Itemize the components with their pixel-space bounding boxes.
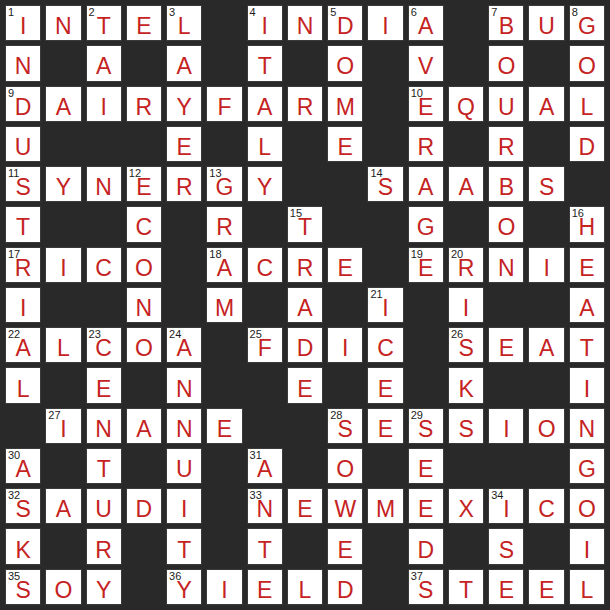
- filled-letter: T: [570, 328, 604, 362]
- letter-cell[interactable]: L: [5, 367, 41, 403]
- letter-cell[interactable]: Y: [247, 166, 283, 202]
- letter-cell[interactable]: E: [166, 126, 202, 162]
- filled-letter: T: [87, 449, 121, 483]
- letter-cell[interactable]: A: [287, 287, 323, 323]
- letter-cell[interactable]: N: [569, 408, 605, 444]
- filled-letter: E: [167, 127, 201, 161]
- letter-cell[interactable]: N: [166, 408, 202, 444]
- filled-letter: D: [6, 87, 40, 121]
- filled-letter: A: [6, 449, 40, 483]
- letter-cell[interactable]: A: [86, 45, 122, 81]
- filled-letter: U: [167, 449, 201, 483]
- letter-cell[interactable]: E: [247, 569, 283, 605]
- letter-cell[interactable]: S: [448, 408, 484, 444]
- letter-cell[interactable]: C: [528, 488, 564, 524]
- letter-cell[interactable]: G: [408, 206, 444, 242]
- filled-letter: U: [489, 87, 523, 121]
- letter-cell[interactable]: D: [287, 327, 323, 363]
- letter-cell[interactable]: 22A: [5, 327, 41, 363]
- letter-cell[interactable]: A: [126, 408, 162, 444]
- letter-cell[interactable]: T: [247, 528, 283, 564]
- filled-letter: S: [6, 489, 40, 523]
- letter-cell[interactable]: U: [488, 86, 524, 122]
- letter-cell[interactable]: O: [488, 206, 524, 242]
- letter-cell[interactable]: C: [126, 206, 162, 242]
- letter-cell[interactable]: 24A: [166, 327, 202, 363]
- filled-letter: O: [328, 449, 362, 483]
- letter-cell[interactable]: R: [408, 126, 444, 162]
- filled-letter: E: [409, 87, 443, 121]
- filled-letter: N: [87, 167, 121, 201]
- letter-cell[interactable]: N: [5, 45, 41, 81]
- letter-cell[interactable]: I: [5, 287, 41, 323]
- black-cell: [367, 528, 403, 564]
- letter-cell[interactable]: T: [448, 569, 484, 605]
- filled-letter: H: [570, 207, 604, 241]
- letter-cell[interactable]: M: [206, 287, 242, 323]
- filled-letter: R: [489, 127, 523, 161]
- letter-cell[interactable]: 3L: [166, 5, 202, 41]
- letter-cell[interactable]: E: [488, 569, 524, 605]
- letter-cell[interactable]: E: [206, 408, 242, 444]
- filled-letter: Q: [449, 87, 483, 121]
- filled-letter: A: [87, 46, 121, 80]
- letter-cell[interactable]: 2T: [86, 5, 122, 41]
- black-cell: [206, 367, 242, 403]
- letter-cell[interactable]: R: [86, 528, 122, 564]
- filled-letter: N: [46, 6, 80, 40]
- filled-letter: F: [248, 328, 282, 362]
- letter-cell[interactable]: R: [488, 126, 524, 162]
- black-cell: [367, 247, 403, 283]
- black-cell: [247, 408, 283, 444]
- filled-letter: Y: [248, 167, 282, 201]
- letter-cell[interactable]: 12E: [126, 166, 162, 202]
- black-cell: [206, 45, 242, 81]
- letter-cell[interactable]: A: [569, 287, 605, 323]
- letter-cell[interactable]: E: [528, 569, 564, 605]
- filled-letter: U: [6, 127, 40, 161]
- letter-cell[interactable]: 5D: [327, 5, 363, 41]
- letter-cell[interactable]: 20R: [448, 247, 484, 283]
- letter-cell[interactable]: U: [5, 126, 41, 162]
- letter-cell[interactable]: 30A: [5, 448, 41, 484]
- letter-cell[interactable]: 6A: [408, 5, 444, 41]
- letter-cell[interactable]: D: [569, 126, 605, 162]
- filled-letter: D: [328, 570, 362, 604]
- letter-cell[interactable]: D: [126, 488, 162, 524]
- filled-letter: I: [87, 87, 121, 121]
- filled-letter: E: [328, 248, 362, 282]
- filled-letter: A: [288, 288, 322, 322]
- filled-letter: Y: [167, 570, 201, 604]
- letter-cell[interactable]: U: [528, 5, 564, 41]
- letter-cell[interactable]: 33N: [247, 488, 283, 524]
- letter-cell[interactable]: I: [45, 247, 81, 283]
- black-cell: [488, 448, 524, 484]
- letter-cell[interactable]: N: [287, 5, 323, 41]
- filled-letter: E: [328, 529, 362, 563]
- filled-letter: R: [127, 87, 161, 121]
- crossword-board: 1IN2TE3L4IN5DI6A7BU8GNAATOVOO9DAIRYFARM1…: [0, 0, 610, 610]
- black-cell: [126, 528, 162, 564]
- filled-letter: C: [87, 248, 121, 282]
- letter-cell[interactable]: R: [206, 206, 242, 242]
- filled-letter: M: [368, 489, 402, 523]
- filled-letter: B: [489, 6, 523, 40]
- filled-letter: Y: [46, 167, 80, 201]
- filled-letter: I: [6, 288, 40, 322]
- letter-cell[interactable]: E: [408, 488, 444, 524]
- black-cell: [206, 528, 242, 564]
- filled-letter: K: [6, 529, 40, 563]
- letter-cell[interactable]: Y: [86, 569, 122, 605]
- black-cell: [367, 448, 403, 484]
- black-cell: [45, 126, 81, 162]
- letter-cell[interactable]: 10E: [408, 86, 444, 122]
- black-cell: [166, 206, 202, 242]
- letter-cell[interactable]: B: [488, 166, 524, 202]
- letter-cell[interactable]: O: [528, 408, 564, 444]
- filled-letter: E: [368, 409, 402, 443]
- filled-letter: S: [409, 409, 443, 443]
- letter-cell[interactable]: E: [367, 408, 403, 444]
- letter-cell[interactable]: C: [86, 247, 122, 283]
- filled-letter: L: [46, 328, 80, 362]
- letter-cell[interactable]: L: [569, 86, 605, 122]
- letter-cell[interactable]: E: [327, 247, 363, 283]
- filled-letter: N: [167, 368, 201, 402]
- letter-cell[interactable]: A: [448, 166, 484, 202]
- filled-letter: I: [570, 529, 604, 563]
- black-cell: [45, 367, 81, 403]
- filled-letter: D: [570, 127, 604, 161]
- filled-letter: D: [288, 328, 322, 362]
- black-cell: [448, 448, 484, 484]
- filled-letter: A: [167, 46, 201, 80]
- filled-letter: A: [207, 248, 241, 282]
- letter-cell[interactable]: T: [247, 45, 283, 81]
- letter-cell[interactable]: 16H: [569, 206, 605, 242]
- letter-cell[interactable]: 28S: [327, 408, 363, 444]
- letter-cell[interactable]: R: [166, 166, 202, 202]
- letter-cell[interactable]: 36Y: [166, 569, 202, 605]
- filled-letter: O: [46, 570, 80, 604]
- letter-cell[interactable]: 21I: [367, 287, 403, 323]
- letter-cell[interactable]: X: [448, 488, 484, 524]
- letter-cell[interactable]: 9D: [5, 86, 41, 122]
- letter-cell[interactable]: K: [5, 528, 41, 564]
- black-cell: [5, 408, 41, 444]
- letter-cell[interactable]: G: [569, 448, 605, 484]
- letter-cell[interactable]: E: [327, 126, 363, 162]
- letter-cell[interactable]: S: [488, 528, 524, 564]
- letter-cell[interactable]: 14S: [367, 166, 403, 202]
- black-cell: [287, 528, 323, 564]
- black-cell: [448, 528, 484, 564]
- filled-letter: A: [127, 409, 161, 443]
- letter-cell[interactable]: 31A: [247, 448, 283, 484]
- black-cell: [126, 367, 162, 403]
- filled-letter: E: [127, 167, 161, 201]
- filled-letter: I: [449, 288, 483, 322]
- filled-letter: D: [127, 489, 161, 523]
- letter-cell[interactable]: A: [408, 166, 444, 202]
- letter-cell[interactable]: U: [86, 488, 122, 524]
- letter-cell[interactable]: I: [488, 408, 524, 444]
- filled-letter: L: [248, 127, 282, 161]
- letter-cell[interactable]: R: [126, 86, 162, 122]
- filled-letter: G: [570, 6, 604, 40]
- letter-cell[interactable]: 18A: [206, 247, 242, 283]
- letter-cell[interactable]: T: [569, 327, 605, 363]
- filled-letter: W: [328, 489, 362, 523]
- filled-letter: C: [529, 489, 563, 523]
- filled-letter: A: [6, 328, 40, 362]
- black-cell: [448, 126, 484, 162]
- letter-cell[interactable]: E: [327, 528, 363, 564]
- letter-cell[interactable]: 35S: [5, 569, 41, 605]
- letter-cell[interactable]: A: [166, 45, 202, 81]
- filled-letter: L: [167, 6, 201, 40]
- black-cell: [126, 448, 162, 484]
- black-cell: [206, 327, 242, 363]
- letter-cell[interactable]: Y: [45, 166, 81, 202]
- letter-cell[interactable]: T: [5, 206, 41, 242]
- letter-cell[interactable]: O: [327, 448, 363, 484]
- filled-letter: A: [409, 167, 443, 201]
- filled-letter: I: [368, 288, 402, 322]
- letter-cell[interactable]: F: [206, 86, 242, 122]
- letter-cell[interactable]: 15T: [287, 206, 323, 242]
- letter-cell[interactable]: T: [166, 528, 202, 564]
- filled-letter: E: [127, 6, 161, 40]
- letter-cell[interactable]: L: [287, 569, 323, 605]
- filled-letter: I: [167, 489, 201, 523]
- filled-letter: I: [489, 489, 523, 523]
- letter-cell[interactable]: N: [166, 367, 202, 403]
- letter-cell[interactable]: 32S: [5, 488, 41, 524]
- letter-cell[interactable]: K: [448, 367, 484, 403]
- letter-cell[interactable]: O: [488, 45, 524, 81]
- filled-letter: E: [87, 368, 121, 402]
- black-cell: [126, 569, 162, 605]
- letter-cell[interactable]: W: [327, 488, 363, 524]
- filled-letter: E: [368, 368, 402, 402]
- black-cell: [327, 367, 363, 403]
- letter-cell[interactable]: E: [569, 247, 605, 283]
- filled-letter: L: [570, 570, 604, 604]
- letter-cell[interactable]: O: [569, 488, 605, 524]
- letter-cell[interactable]: I: [327, 327, 363, 363]
- black-cell: [45, 206, 81, 242]
- letter-cell[interactable]: I: [367, 5, 403, 41]
- letter-cell[interactable]: S: [528, 166, 564, 202]
- letter-cell[interactable]: I: [448, 287, 484, 323]
- filled-letter: E: [248, 570, 282, 604]
- filled-letter: N: [127, 288, 161, 322]
- filled-letter: M: [207, 288, 241, 322]
- black-cell: [45, 45, 81, 81]
- letter-cell[interactable]: N: [126, 287, 162, 323]
- letter-cell[interactable]: A: [45, 86, 81, 122]
- letter-cell[interactable]: E: [126, 5, 162, 41]
- filled-letter: R: [449, 248, 483, 282]
- black-cell: [287, 448, 323, 484]
- filled-letter: I: [328, 328, 362, 362]
- letter-cell[interactable]: A: [528, 327, 564, 363]
- letter-cell[interactable]: T: [86, 448, 122, 484]
- letter-cell[interactable]: 19E: [408, 247, 444, 283]
- black-cell: [528, 126, 564, 162]
- letter-cell[interactable]: 4I: [247, 5, 283, 41]
- letter-cell[interactable]: O: [569, 45, 605, 81]
- letter-cell[interactable]: M: [327, 86, 363, 122]
- black-cell: [528, 528, 564, 564]
- black-cell: [247, 206, 283, 242]
- filled-letter: R: [6, 248, 40, 282]
- filled-letter: I: [529, 248, 563, 282]
- letter-cell[interactable]: L: [45, 327, 81, 363]
- letter-cell[interactable]: N: [86, 408, 122, 444]
- letter-cell[interactable]: C: [247, 247, 283, 283]
- filled-letter: A: [248, 449, 282, 483]
- black-cell: [247, 367, 283, 403]
- letter-cell[interactable]: R: [287, 86, 323, 122]
- letter-cell[interactable]: E: [287, 367, 323, 403]
- letter-cell[interactable]: 26S: [448, 327, 484, 363]
- black-cell: [488, 287, 524, 323]
- black-cell: [45, 287, 81, 323]
- letter-cell[interactable]: E: [488, 327, 524, 363]
- letter-cell[interactable]: I: [166, 488, 202, 524]
- black-cell: [367, 569, 403, 605]
- black-cell: [206, 5, 242, 41]
- letter-cell[interactable]: O: [45, 569, 81, 605]
- letter-cell[interactable]: E: [287, 488, 323, 524]
- black-cell: [166, 247, 202, 283]
- filled-letter: C: [368, 328, 402, 362]
- letter-cell[interactable]: I: [86, 86, 122, 122]
- letter-cell[interactable]: 25F: [247, 327, 283, 363]
- letter-cell[interactable]: L: [247, 126, 283, 162]
- filled-letter: O: [489, 207, 523, 241]
- black-cell: [327, 206, 363, 242]
- letter-cell[interactable]: 27I: [45, 408, 81, 444]
- filled-letter: S: [6, 570, 40, 604]
- letter-cell[interactable]: E: [408, 448, 444, 484]
- filled-letter: A: [409, 6, 443, 40]
- letter-cell[interactable]: 13G: [206, 166, 242, 202]
- letter-cell[interactable]: 8G: [569, 5, 605, 41]
- black-cell: [569, 166, 605, 202]
- filled-letter: T: [6, 207, 40, 241]
- filled-letter: E: [328, 127, 362, 161]
- black-cell: [528, 448, 564, 484]
- letter-cell[interactable]: 34I: [488, 488, 524, 524]
- filled-letter: Y: [87, 570, 121, 604]
- filled-letter: I: [368, 6, 402, 40]
- black-cell: [287, 166, 323, 202]
- filled-letter: R: [167, 167, 201, 201]
- black-cell: [287, 408, 323, 444]
- letter-cell[interactable]: D: [327, 569, 363, 605]
- filled-letter: V: [409, 46, 443, 80]
- letter-cell[interactable]: O: [327, 45, 363, 81]
- letter-cell[interactable]: 17R: [5, 247, 41, 283]
- letter-cell[interactable]: 11S: [5, 166, 41, 202]
- filled-letter: E: [529, 570, 563, 604]
- letter-cell[interactable]: E: [367, 367, 403, 403]
- black-cell: [166, 287, 202, 323]
- letter-cell[interactable]: V: [408, 45, 444, 81]
- letter-cell[interactable]: N: [45, 5, 81, 41]
- letter-cell[interactable]: 1I: [5, 5, 41, 41]
- black-cell: [367, 126, 403, 162]
- black-cell: [287, 126, 323, 162]
- filled-letter: N: [288, 6, 322, 40]
- filled-letter: G: [409, 207, 443, 241]
- letter-cell[interactable]: I: [528, 247, 564, 283]
- letter-cell[interactable]: E: [86, 367, 122, 403]
- letter-cell[interactable]: O: [126, 247, 162, 283]
- black-cell: [408, 287, 444, 323]
- filled-letter: A: [529, 328, 563, 362]
- letter-cell[interactable]: R: [287, 247, 323, 283]
- black-cell: [327, 287, 363, 323]
- filled-letter: R: [288, 248, 322, 282]
- filled-letter: S: [328, 409, 362, 443]
- letter-cell[interactable]: A: [45, 488, 81, 524]
- filled-letter: L: [570, 87, 604, 121]
- filled-letter: I: [46, 248, 80, 282]
- filled-letter: U: [529, 6, 563, 40]
- filled-letter: E: [489, 328, 523, 362]
- letter-cell[interactable]: 37S: [408, 569, 444, 605]
- letter-cell[interactable]: A: [528, 86, 564, 122]
- letter-cell[interactable]: 29S: [408, 408, 444, 444]
- letter-cell[interactable]: 23C: [86, 327, 122, 363]
- letter-cell[interactable]: I: [569, 528, 605, 564]
- letter-cell[interactable]: N: [86, 166, 122, 202]
- letter-cell[interactable]: U: [166, 448, 202, 484]
- letter-cell[interactable]: Q: [448, 86, 484, 122]
- filled-letter: G: [570, 449, 604, 483]
- black-cell: [206, 126, 242, 162]
- letter-cell[interactable]: D: [408, 528, 444, 564]
- black-cell: [408, 327, 444, 363]
- filled-letter: O: [127, 248, 161, 282]
- letter-cell[interactable]: A: [247, 86, 283, 122]
- letter-cell[interactable]: M: [367, 488, 403, 524]
- filled-letter: I: [489, 409, 523, 443]
- letter-cell[interactable]: 7B: [488, 5, 524, 41]
- letter-cell[interactable]: Y: [166, 86, 202, 122]
- filled-letter: T: [248, 529, 282, 563]
- letter-cell[interactable]: L: [569, 569, 605, 605]
- letter-cell[interactable]: O: [126, 327, 162, 363]
- filled-letter: E: [288, 489, 322, 523]
- black-cell: [367, 206, 403, 242]
- filled-letter: R: [207, 207, 241, 241]
- filled-letter: E: [288, 368, 322, 402]
- filled-letter: I: [46, 409, 80, 443]
- filled-letter: S: [489, 529, 523, 563]
- letter-cell[interactable]: C: [367, 327, 403, 363]
- letter-cell[interactable]: N: [488, 247, 524, 283]
- letter-cell[interactable]: I: [569, 367, 605, 403]
- letter-cell[interactable]: I: [206, 569, 242, 605]
